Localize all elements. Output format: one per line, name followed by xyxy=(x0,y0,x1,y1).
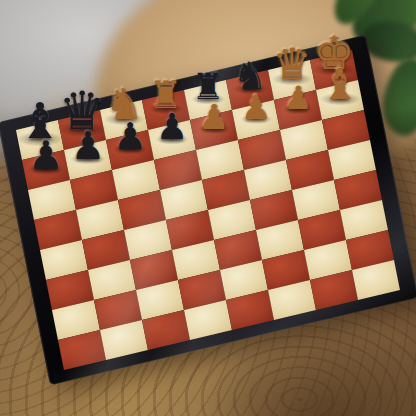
piece-black-pawn-a7[interactable]: ♟ xyxy=(28,136,63,175)
piece-white-pawn-g7[interactable]: ♟ xyxy=(284,82,313,114)
piece-white-bishop-h7[interactable]: ♝ xyxy=(321,63,359,106)
piece-white-pawn-e7[interactable]: ♟ xyxy=(199,100,230,135)
piece-black-pawn-b7[interactable]: ♟ xyxy=(71,127,105,165)
piece-black-pawn-c7[interactable]: ♟ xyxy=(113,118,146,155)
pieces-layer: ♚♛♞♜♝♜♟♞♟♛♟♝♟♟♟♟ xyxy=(0,0,416,416)
chess-product-photo-scene: ♚♛♞♜♝♜♟♞♟♛♟♝♟♟♟♟ xyxy=(0,0,416,416)
piece-white-pawn-f7[interactable]: ♟ xyxy=(241,91,271,124)
piece-black-pawn-d7[interactable]: ♟ xyxy=(156,109,188,145)
